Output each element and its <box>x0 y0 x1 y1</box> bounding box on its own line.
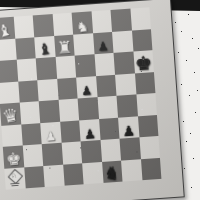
square-h5 <box>134 72 155 95</box>
square-g6 <box>114 52 135 75</box>
square-c6 <box>36 57 57 80</box>
square-g8 <box>111 9 132 32</box>
square-d3 <box>60 120 81 143</box>
knight-stamp-icon: ♘ <box>11 172 18 180</box>
chess-board: © CHESS ♝♞♝♜♟♚♟♛♟♟♟♚♞ ♘ <box>0 0 185 200</box>
square-c7 <box>34 36 55 59</box>
square-f5 <box>96 74 117 97</box>
square-e6 <box>75 54 96 77</box>
square-a6 <box>0 60 18 83</box>
square-c8 <box>33 14 54 37</box>
square-f6 <box>94 53 115 76</box>
square-d4 <box>58 99 79 122</box>
square-e7 <box>73 33 94 56</box>
square-h6 <box>133 50 154 73</box>
square-f4 <box>97 96 118 119</box>
square-g4 <box>117 94 138 117</box>
square-g5 <box>115 73 136 96</box>
square-c1 <box>43 164 64 187</box>
square-h7 <box>131 29 152 52</box>
square-c3 <box>40 121 61 144</box>
square-f2 <box>100 139 121 162</box>
square-d1 <box>63 163 84 186</box>
squares-grid <box>0 7 161 189</box>
square-b3 <box>21 123 42 146</box>
square-e8 <box>72 11 93 34</box>
square-c4 <box>39 100 60 123</box>
square-a3 <box>1 124 22 147</box>
square-c5 <box>37 78 58 101</box>
square-d5 <box>57 77 78 100</box>
square-b4 <box>19 101 40 124</box>
square-f1 <box>102 160 123 183</box>
square-e3 <box>79 119 100 142</box>
photo-frame: © CHESS ♝♞♝♜♟♚♟♛♟♟♟♚♞ ♘ <box>0 0 200 200</box>
square-b8 <box>13 15 34 38</box>
square-b1 <box>24 166 45 189</box>
square-f7 <box>93 31 114 54</box>
square-g7 <box>112 30 133 53</box>
square-e2 <box>81 140 102 163</box>
square-g3 <box>118 116 139 139</box>
square-g2 <box>120 137 141 160</box>
square-b5 <box>18 80 39 103</box>
square-a7 <box>0 38 16 61</box>
square-a2 <box>3 145 24 168</box>
film-grain-background <box>0 0 1 1</box>
square-e4 <box>78 97 99 120</box>
square-a4 <box>0 103 21 126</box>
square-c2 <box>42 143 63 166</box>
square-h3 <box>137 115 158 138</box>
square-f3 <box>99 117 120 140</box>
stamp-text-line <box>11 185 18 186</box>
square-b7 <box>15 37 36 60</box>
square-h2 <box>139 136 160 159</box>
square-h1 <box>140 157 161 180</box>
square-b6 <box>16 58 37 81</box>
square-g1 <box>121 159 142 182</box>
square-d6 <box>55 56 76 79</box>
square-f8 <box>91 10 112 33</box>
square-d2 <box>61 141 82 164</box>
square-e1 <box>82 161 103 184</box>
playing-area: ♝♞♝♜♟♚♟♛♟♟♟♚♞ ♘ <box>0 7 161 189</box>
square-h4 <box>136 93 157 116</box>
square-b2 <box>22 144 43 167</box>
maker-stamp: ♘ <box>6 169 23 188</box>
square-d7 <box>54 34 75 57</box>
square-d8 <box>52 13 73 36</box>
square-h8 <box>130 7 151 30</box>
square-a5 <box>0 81 19 104</box>
square-e5 <box>76 76 97 99</box>
